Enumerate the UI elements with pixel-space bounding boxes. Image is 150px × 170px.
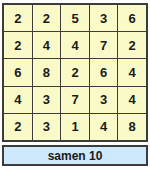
grid-cell[interactable]: 8 [118, 114, 146, 140]
grid-cell[interactable]: 3 [33, 114, 61, 140]
grid-cell[interactable]: 6 [90, 59, 118, 85]
grid-cell[interactable]: 2 [4, 5, 32, 31]
grid-cell[interactable]: 3 [33, 87, 61, 113]
grid-cell[interactable]: 3 [90, 5, 118, 31]
grid-cell[interactable]: 2 [4, 114, 32, 140]
grid-cell[interactable]: 7 [61, 87, 89, 113]
grid-cell[interactable]: 2 [118, 32, 146, 58]
grid-cell[interactable]: 4 [90, 114, 118, 140]
footer-label: samen 10 [48, 149, 103, 163]
grid-cell[interactable]: 4 [33, 32, 61, 58]
grid-cell[interactable]: 3 [90, 87, 118, 113]
grid-cell[interactable]: 7 [90, 32, 118, 58]
grid-cell[interactable]: 8 [33, 59, 61, 85]
grid-cell[interactable]: 2 [61, 59, 89, 85]
footer-bar: samen 10 [2, 145, 148, 166]
grid-cell[interactable]: 4 [118, 87, 146, 113]
puzzle-board: 2253624472682644373423148 samen 10 [0, 0, 150, 170]
grid-cell[interactable]: 4 [4, 87, 32, 113]
grid-cell[interactable]: 4 [61, 32, 89, 58]
puzzle-grid: 2253624472682644373423148 [2, 3, 148, 142]
grid-cell[interactable]: 2 [4, 32, 32, 58]
grid-cell[interactable]: 2 [33, 5, 61, 31]
grid-cell[interactable]: 6 [4, 59, 32, 85]
grid-cell[interactable]: 4 [118, 59, 146, 85]
grid-cell[interactable]: 1 [61, 114, 89, 140]
grid-cell[interactable]: 5 [61, 5, 89, 31]
grid-cell[interactable]: 6 [118, 5, 146, 31]
